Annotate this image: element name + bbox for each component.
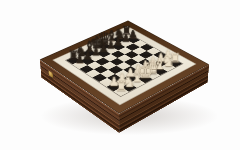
chess-box: ♜♟♟♜♞♟♟♞♝♟♟♝♛♟♟♛♚♟♟♚♝♟♟♝♞♟♟♞♜♟♟♜	[40, 20, 209, 113]
piece-black-pawn[interactable]: ♟	[75, 54, 85, 66]
box-lid-top: ♜♟♟♜♞♟♟♞♝♟♟♝♛♟♟♛♚♟♟♚♝♟♟♝♞♟♟♞♜♟♟♜	[40, 20, 209, 113]
chess-board: ♜♟♟♜♞♟♟♞♝♟♟♝♛♟♟♛♚♟♟♚♝♟♟♝♞♟♟♞♜♟♟♜	[66, 33, 182, 96]
piece-white-rook[interactable]: ♜	[115, 79, 127, 93]
board-square[interactable]: ♜	[113, 87, 128, 96]
perspective-wrapper: ♜♟♟♜♞♟♟♞♝♟♟♝♛♟♟♛♚♟♟♚♝♟♟♝♞♟♟♞♜♟♟♜	[64, 2, 184, 122]
chess-set-photo: ♜♟♟♜♞♟♟♞♝♟♟♝♛♟♟♛♚♟♟♚♝♟♟♝♞♟♟♞♜♟♟♜	[0, 0, 240, 150]
brass-latch-icon	[48, 70, 53, 78]
